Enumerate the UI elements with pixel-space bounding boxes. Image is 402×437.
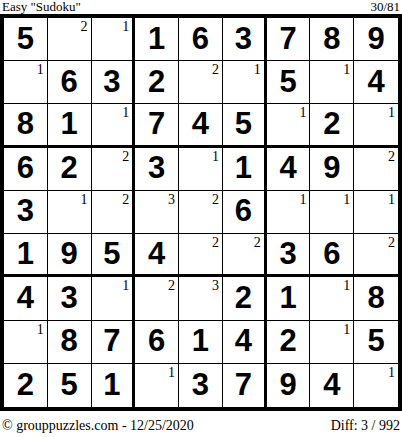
cell-r8c6[interactable]: 4 xyxy=(223,321,267,364)
cell-r1c2[interactable]: 2 xyxy=(48,18,92,61)
cell-r7c8[interactable]: 1 xyxy=(310,277,354,320)
given-digit: 7 xyxy=(103,325,120,356)
cell-r3c1[interactable]: 8 xyxy=(4,104,48,147)
pencil-mark: 1 xyxy=(168,365,175,380)
cell-r7c4[interactable]: 2 xyxy=(135,277,179,320)
cell-r9c6[interactable]: 7 xyxy=(223,364,267,407)
pencil-mark: 3 xyxy=(168,192,175,207)
cell-r9c1[interactable]: 2 xyxy=(4,364,48,407)
pencil-mark: 1 xyxy=(122,105,129,120)
cell-r6c1[interactable]: 1 xyxy=(4,234,48,277)
given-digit: 3 xyxy=(17,195,34,226)
given-digit: 2 xyxy=(61,152,78,183)
given-digit: 8 xyxy=(323,23,340,54)
pencil-mark: 2 xyxy=(212,235,219,250)
given-digit: 4 xyxy=(148,238,165,269)
cell-r8c9[interactable]: 5 xyxy=(354,321,398,364)
cell-r7c1[interactable]: 4 xyxy=(4,277,48,320)
puzzle-title: Easy "Sudoku" xyxy=(2,0,81,14)
given-digit: 1 xyxy=(148,23,165,54)
sudoku-board: 5211637891632215148117451216223114923123… xyxy=(0,14,402,411)
pencil-mark: 3 xyxy=(212,278,219,293)
cell-r4c3[interactable]: 2 xyxy=(92,148,136,191)
cell-r9c7[interactable]: 9 xyxy=(267,364,311,407)
pencil-mark: 1 xyxy=(122,278,129,293)
cell-r5c3[interactable]: 2 xyxy=(92,191,136,234)
cell-r4c2[interactable]: 2 xyxy=(48,148,92,191)
cell-r7c7[interactable]: 1 xyxy=(267,277,311,320)
cell-r2c2[interactable]: 6 xyxy=(48,61,92,104)
pencil-mark: 1 xyxy=(388,365,395,380)
given-digit: 8 xyxy=(61,325,78,356)
given-digit: 6 xyxy=(17,152,34,183)
cell-r3c7[interactable]: 1 xyxy=(267,104,311,147)
pencil-mark: 1 xyxy=(343,278,350,293)
cell-r7c3[interactable]: 1 xyxy=(92,277,136,320)
cell-r1c4[interactable]: 1 xyxy=(135,18,179,61)
cell-r3c3[interactable]: 1 xyxy=(92,104,136,147)
cell-r5c9[interactable]: 1 xyxy=(354,191,398,234)
copyright-date-label: © grouppuzzles.com - 12/25/2020 xyxy=(2,417,194,434)
given-digit: 6 xyxy=(192,23,209,54)
given-digit: 3 xyxy=(103,66,120,97)
cell-r4c7[interactable]: 4 xyxy=(267,148,311,191)
given-digit: 2 xyxy=(279,325,296,356)
given-digit: 3 xyxy=(148,152,165,183)
pencil-mark: 2 xyxy=(122,149,129,164)
pencil-mark: 1 xyxy=(299,105,306,120)
cell-r5c5[interactable]: 2 xyxy=(179,191,223,234)
given-digit: 6 xyxy=(323,238,340,269)
given-digit: 5 xyxy=(367,325,384,356)
cell-r9c4[interactable]: 1 xyxy=(135,364,179,407)
cell-r4c8[interactable]: 9 xyxy=(310,148,354,191)
pencil-mark: 1 xyxy=(37,62,44,77)
cell-r3c8[interactable]: 2 xyxy=(310,104,354,147)
pencil-mark: 1 xyxy=(343,322,350,337)
cell-r8c3[interactable]: 7 xyxy=(92,321,136,364)
cell-r1c9[interactable]: 9 xyxy=(354,18,398,61)
cell-r3c4[interactable]: 7 xyxy=(135,104,179,147)
pencil-mark: 1 xyxy=(388,192,395,207)
pencil-mark: 2 xyxy=(254,235,261,250)
cell-r2c6[interactable]: 1 xyxy=(223,61,267,104)
given-digit: 9 xyxy=(61,238,78,269)
given-digit: 5 xyxy=(235,108,252,139)
given-digit: 8 xyxy=(367,282,384,313)
cell-r5c2[interactable]: 1 xyxy=(48,191,92,234)
given-digit: 8 xyxy=(17,108,34,139)
cell-r4c5[interactable]: 1 xyxy=(179,148,223,191)
pencil-mark: 1 xyxy=(388,105,395,120)
cell-r8c2[interactable]: 8 xyxy=(48,321,92,364)
footer: © grouppuzzles.com - 12/25/2020 Diff: 3 … xyxy=(2,416,400,434)
cell-r7c5[interactable]: 3 xyxy=(179,277,223,320)
given-digit: 2 xyxy=(235,282,252,313)
given-digit: 4 xyxy=(279,152,296,183)
given-digit: 1 xyxy=(235,152,252,183)
given-digit: 4 xyxy=(192,108,209,139)
given-digit: 6 xyxy=(235,195,252,226)
difficulty-label: Diff: 3 / 992 xyxy=(331,417,400,434)
cell-r8c8[interactable]: 1 xyxy=(310,321,354,364)
cell-r7c6[interactable]: 2 xyxy=(223,277,267,320)
cell-r2c3[interactable]: 3 xyxy=(92,61,136,104)
cell-r9c5[interactable]: 3 xyxy=(179,364,223,407)
cell-r6c8[interactable]: 6 xyxy=(310,234,354,277)
pencil-mark: 2 xyxy=(388,235,395,250)
given-digit: 3 xyxy=(235,23,252,54)
given-digit: 5 xyxy=(17,23,34,54)
given-digit: 4 xyxy=(367,66,384,97)
cell-r9c8[interactable]: 4 xyxy=(310,364,354,407)
pencil-mark: 2 xyxy=(122,192,129,207)
cell-r3c6[interactable]: 5 xyxy=(223,104,267,147)
cell-r1c3[interactable]: 1 xyxy=(92,18,136,61)
cell-r2c9[interactable]: 4 xyxy=(354,61,398,104)
cell-r2c8[interactable]: 1 xyxy=(310,61,354,104)
given-digit: 5 xyxy=(103,238,120,269)
cell-r4c6[interactable]: 1 xyxy=(223,148,267,191)
given-digit: 7 xyxy=(148,108,165,139)
cell-r6c9[interactable]: 2 xyxy=(354,234,398,277)
pencil-mark: 2 xyxy=(212,192,219,207)
pencil-mark: 2 xyxy=(212,62,219,77)
given-digit: 2 xyxy=(323,108,340,139)
given-digit: 1 xyxy=(17,238,34,269)
given-digit: 7 xyxy=(279,23,296,54)
cell-r4c1[interactable]: 6 xyxy=(4,148,48,191)
cell-r1c8[interactable]: 8 xyxy=(310,18,354,61)
pencil-mark: 2 xyxy=(81,19,88,34)
cell-r6c5[interactable]: 2 xyxy=(179,234,223,277)
cell-r2c4[interactable]: 2 xyxy=(135,61,179,104)
cell-r1c1[interactable]: 5 xyxy=(4,18,48,61)
given-digit: 3 xyxy=(192,369,209,400)
pencil-mark: 1 xyxy=(343,192,350,207)
cell-r5c6[interactable]: 6 xyxy=(223,191,267,234)
given-digit: 1 xyxy=(192,325,209,356)
given-digit: 9 xyxy=(279,369,296,400)
given-digit: 2 xyxy=(148,66,165,97)
cell-r9c2[interactable]: 5 xyxy=(48,364,92,407)
pencil-mark: 2 xyxy=(388,149,395,164)
cell-r5c8[interactable]: 1 xyxy=(310,191,354,234)
given-digit: 5 xyxy=(61,369,78,400)
pencil-mark: 1 xyxy=(81,192,88,207)
cell-r7c9[interactable]: 8 xyxy=(354,277,398,320)
cell-r5c1[interactable]: 3 xyxy=(4,191,48,234)
cell-r5c7[interactable]: 1 xyxy=(267,191,311,234)
cell-r6c7[interactable]: 3 xyxy=(267,234,311,277)
pencil-mark: 1 xyxy=(212,149,219,164)
pencil-mark: 1 xyxy=(299,192,306,207)
cell-r2c1[interactable]: 1 xyxy=(4,61,48,104)
given-digit: 6 xyxy=(148,325,165,356)
given-digit: 9 xyxy=(367,23,384,54)
given-digit: 1 xyxy=(61,108,78,139)
pencil-mark: 1 xyxy=(122,19,129,34)
cell-r3c9[interactable]: 1 xyxy=(354,104,398,147)
cell-r2c5[interactable]: 2 xyxy=(179,61,223,104)
given-digit: 3 xyxy=(279,238,296,269)
cell-r1c5[interactable]: 6 xyxy=(179,18,223,61)
cell-r8c5[interactable]: 1 xyxy=(179,321,223,364)
cell-r9c9[interactable]: 1 xyxy=(354,364,398,407)
cell-r8c4[interactable]: 6 xyxy=(135,321,179,364)
cell-r7c2[interactable]: 3 xyxy=(48,277,92,320)
cell-r6c6[interactable]: 2 xyxy=(223,234,267,277)
given-digit: 4 xyxy=(17,282,34,313)
cell-r6c4[interactable]: 4 xyxy=(135,234,179,277)
given-digit: 3 xyxy=(61,282,78,313)
puzzle-page: Easy "Sudoku" 30/81 52116378916322151481… xyxy=(0,0,402,437)
cell-r8c7[interactable]: 2 xyxy=(267,321,311,364)
given-digit: 1 xyxy=(103,369,120,400)
cell-r4c9[interactable]: 2 xyxy=(354,148,398,191)
cell-r1c7[interactable]: 7 xyxy=(267,18,311,61)
pencil-mark: 2 xyxy=(168,278,175,293)
cell-r3c2[interactable]: 1 xyxy=(48,104,92,147)
given-digit: 2 xyxy=(17,369,34,400)
cell-r1c6[interactable]: 3 xyxy=(223,18,267,61)
pencil-mark: 1 xyxy=(37,322,44,337)
cell-r4c4[interactable]: 3 xyxy=(135,148,179,191)
given-digit: 5 xyxy=(279,66,296,97)
cell-r6c3[interactable]: 5 xyxy=(92,234,136,277)
pencil-mark: 1 xyxy=(343,62,350,77)
given-digit: 1 xyxy=(279,282,296,313)
cell-r8c1[interactable]: 1 xyxy=(4,321,48,364)
cell-r6c2[interactable]: 9 xyxy=(48,234,92,277)
given-digit: 6 xyxy=(61,66,78,97)
given-digit: 9 xyxy=(323,152,340,183)
cells-remaining-counter: 30/81 xyxy=(370,0,400,14)
cell-r3c5[interactable]: 4 xyxy=(179,104,223,147)
header: Easy "Sudoku" 30/81 xyxy=(2,0,400,14)
cell-r9c3[interactable]: 1 xyxy=(92,364,136,407)
given-digit: 7 xyxy=(235,369,252,400)
given-digit: 4 xyxy=(235,325,252,356)
given-digit: 4 xyxy=(323,369,340,400)
pencil-mark: 1 xyxy=(254,62,261,77)
cell-r2c7[interactable]: 5 xyxy=(267,61,311,104)
cell-r5c4[interactable]: 3 xyxy=(135,191,179,234)
